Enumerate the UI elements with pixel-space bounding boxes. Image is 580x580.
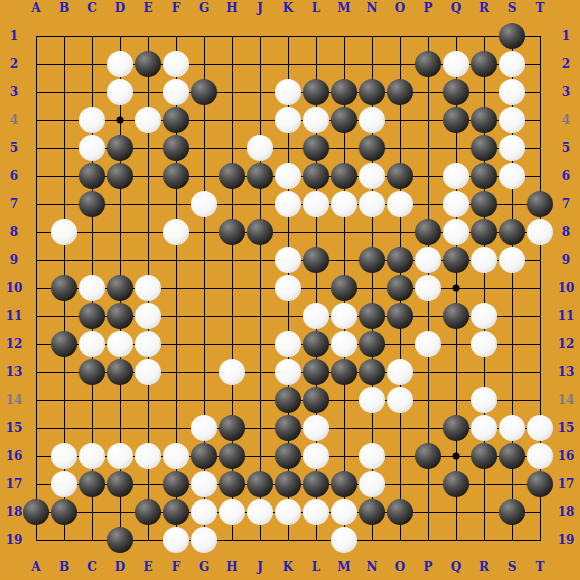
row-label-3-right: 3 xyxy=(562,86,570,98)
row-label-11-left: 11 xyxy=(6,310,23,322)
black-stone-N13[interactable] xyxy=(359,359,385,385)
white-stone-N6[interactable] xyxy=(359,163,385,189)
row-label-1-right: 1 xyxy=(562,30,570,42)
black-stone-T17[interactable] xyxy=(527,471,553,497)
row-label-19-left: 19 xyxy=(6,534,23,546)
column-label-K-top: K xyxy=(283,2,293,14)
column-label-A-bottom: A xyxy=(31,561,40,573)
black-stone-C6[interactable] xyxy=(79,163,105,189)
row-label-4-right: 4 xyxy=(562,114,570,126)
row-label-9-right: 9 xyxy=(562,254,570,266)
white-stone-S4[interactable] xyxy=(499,107,525,133)
white-stone-N14[interactable] xyxy=(359,387,385,413)
row-label-15-right: 15 xyxy=(558,422,575,434)
row-label-4-left: 4 xyxy=(10,114,18,126)
black-stone-M3[interactable] xyxy=(331,79,357,105)
black-stone-T7[interactable] xyxy=(527,191,553,217)
white-stone-F8[interactable] xyxy=(163,219,189,245)
black-stone-Q17[interactable] xyxy=(443,471,469,497)
column-label-H-bottom: H xyxy=(226,561,237,573)
row-label-10-right: 10 xyxy=(558,282,575,294)
black-stone-M4[interactable] xyxy=(331,107,357,133)
white-stone-G15[interactable] xyxy=(191,415,217,441)
white-stone-S2[interactable] xyxy=(499,51,525,77)
white-stone-F2[interactable] xyxy=(163,51,189,77)
row-label-6-right: 6 xyxy=(562,170,570,182)
white-stone-D12[interactable] xyxy=(107,331,133,357)
black-stone-G3[interactable] xyxy=(191,79,217,105)
white-stone-K18[interactable] xyxy=(275,499,301,525)
column-label-B-top: B xyxy=(59,2,69,14)
white-stone-P10[interactable] xyxy=(415,275,441,301)
black-stone-P8[interactable] xyxy=(415,219,441,245)
column-label-N-bottom: N xyxy=(367,561,378,573)
black-stone-D11[interactable] xyxy=(107,303,133,329)
white-stone-Q6[interactable] xyxy=(443,163,469,189)
black-stone-M10[interactable] xyxy=(331,275,357,301)
black-stone-N3[interactable] xyxy=(359,79,385,105)
column-label-M-bottom: M xyxy=(337,561,350,573)
row-label-13-left: 13 xyxy=(6,366,23,378)
column-label-F-bottom: F xyxy=(172,561,181,573)
black-stone-L5[interactable] xyxy=(303,135,329,161)
column-label-P-top: P xyxy=(423,2,432,14)
column-label-T-bottom: T xyxy=(536,561,545,573)
column-label-O-bottom: O xyxy=(395,561,405,573)
black-stone-D6[interactable] xyxy=(107,163,133,189)
black-stone-J17[interactable] xyxy=(247,471,273,497)
black-stone-O18[interactable] xyxy=(387,499,413,525)
star-point-Q10 xyxy=(453,285,460,292)
white-stone-R15[interactable] xyxy=(471,415,497,441)
white-stone-L11[interactable] xyxy=(303,303,329,329)
black-stone-H15[interactable] xyxy=(219,415,245,441)
white-stone-O7[interactable] xyxy=(387,191,413,217)
go-board-screenshot: AABBCCDDEEFFGGHHJJKKLLMMNNOOPPQQRRSSTT11… xyxy=(0,0,580,580)
row-label-2-right: 2 xyxy=(562,58,570,70)
column-label-S-top: S xyxy=(508,2,517,14)
black-stone-N11[interactable] xyxy=(359,303,385,329)
black-stone-S8[interactable] xyxy=(499,219,525,245)
column-label-B-bottom: B xyxy=(59,561,69,573)
row-label-18-left: 18 xyxy=(6,506,23,518)
black-stone-R16[interactable] xyxy=(471,443,497,469)
white-stone-M11[interactable] xyxy=(331,303,357,329)
white-stone-K3[interactable] xyxy=(275,79,301,105)
column-label-G-bottom: G xyxy=(199,561,209,573)
white-stone-F16[interactable] xyxy=(163,443,189,469)
column-label-S-bottom: S xyxy=(508,561,517,573)
black-stone-P2[interactable] xyxy=(415,51,441,77)
black-stone-K16[interactable] xyxy=(275,443,301,469)
row-label-16-right: 16 xyxy=(558,450,575,462)
white-stone-E12[interactable] xyxy=(135,331,161,357)
black-stone-R5[interactable] xyxy=(471,135,497,161)
column-label-E-top: E xyxy=(143,2,152,14)
white-stone-C4[interactable] xyxy=(79,107,105,133)
white-stone-E16[interactable] xyxy=(135,443,161,469)
row-label-1-left: 1 xyxy=(10,30,18,42)
white-stone-R14[interactable] xyxy=(471,387,497,413)
black-stone-L13[interactable] xyxy=(303,359,329,385)
black-stone-P16[interactable] xyxy=(415,443,441,469)
black-stone-K15[interactable] xyxy=(275,415,301,441)
black-stone-O10[interactable] xyxy=(387,275,413,301)
star-point-Q16 xyxy=(453,453,460,460)
black-stone-O6[interactable] xyxy=(387,163,413,189)
black-stone-J8[interactable] xyxy=(247,219,273,245)
row-label-13-right: 13 xyxy=(558,366,575,378)
black-stone-O11[interactable] xyxy=(387,303,413,329)
black-stone-F18[interactable] xyxy=(163,499,189,525)
black-stone-M6[interactable] xyxy=(331,163,357,189)
column-label-N-top: N xyxy=(367,2,378,14)
white-stone-R9[interactable] xyxy=(471,247,497,273)
black-stone-D13[interactable] xyxy=(107,359,133,385)
white-stone-Q8[interactable] xyxy=(443,219,469,245)
black-stone-L9[interactable] xyxy=(303,247,329,273)
white-stone-F19[interactable] xyxy=(163,527,189,553)
white-stone-E10[interactable] xyxy=(135,275,161,301)
column-label-C-bottom: C xyxy=(87,561,97,573)
white-stone-C5[interactable] xyxy=(79,135,105,161)
black-stone-N9[interactable] xyxy=(359,247,385,273)
white-stone-K9[interactable] xyxy=(275,247,301,273)
black-stone-L3[interactable] xyxy=(303,79,329,105)
row-label-5-left: 5 xyxy=(10,142,18,154)
black-stone-R4[interactable] xyxy=(471,107,497,133)
column-label-Q-top: Q xyxy=(451,2,461,14)
white-stone-L16[interactable] xyxy=(303,443,329,469)
white-stone-O14[interactable] xyxy=(387,387,413,413)
column-label-R-bottom: R xyxy=(479,561,489,573)
white-stone-S6[interactable] xyxy=(499,163,525,189)
row-label-12-right: 12 xyxy=(558,338,575,350)
black-stone-E2[interactable] xyxy=(135,51,161,77)
white-stone-C10[interactable] xyxy=(79,275,105,301)
white-stone-R12[interactable] xyxy=(471,331,497,357)
row-label-16-left: 16 xyxy=(6,450,23,462)
column-label-K-bottom: K xyxy=(283,561,293,573)
white-stone-R11[interactable] xyxy=(471,303,497,329)
white-stone-P9[interactable] xyxy=(415,247,441,273)
white-stone-K7[interactable] xyxy=(275,191,301,217)
row-label-7-right: 7 xyxy=(562,198,570,210)
black-stone-N18[interactable] xyxy=(359,499,385,525)
black-stone-C11[interactable] xyxy=(79,303,105,329)
column-label-E-bottom: E xyxy=(143,561,152,573)
black-stone-H16[interactable] xyxy=(219,443,245,469)
white-stone-J18[interactable] xyxy=(247,499,273,525)
row-label-19-right: 19 xyxy=(558,534,575,546)
white-stone-M18[interactable] xyxy=(331,499,357,525)
white-stone-J5[interactable] xyxy=(247,135,273,161)
black-stone-C17[interactable] xyxy=(79,471,105,497)
black-stone-H17[interactable] xyxy=(219,471,245,497)
white-stone-K4[interactable] xyxy=(275,107,301,133)
white-stone-G19[interactable] xyxy=(191,527,217,553)
white-stone-G7[interactable] xyxy=(191,191,217,217)
white-stone-S15[interactable] xyxy=(499,415,525,441)
column-label-T-top: T xyxy=(536,2,545,14)
black-stone-S1[interactable] xyxy=(499,23,525,49)
white-stone-T16[interactable] xyxy=(527,443,553,469)
black-stone-M17[interactable] xyxy=(331,471,357,497)
white-stone-O13[interactable] xyxy=(387,359,413,385)
black-stone-D19[interactable] xyxy=(107,527,133,553)
black-stone-H6[interactable] xyxy=(219,163,245,189)
white-stone-M19[interactable] xyxy=(331,527,357,553)
black-stone-S18[interactable] xyxy=(499,499,525,525)
column-label-R-top: R xyxy=(479,2,489,14)
row-label-17-left: 17 xyxy=(6,478,23,490)
black-stone-D10[interactable] xyxy=(107,275,133,301)
column-label-H-top: H xyxy=(226,2,237,14)
black-stone-O3[interactable] xyxy=(387,79,413,105)
black-stone-B10[interactable] xyxy=(51,275,77,301)
black-stone-F6[interactable] xyxy=(163,163,189,189)
row-label-9-left: 9 xyxy=(10,254,18,266)
black-stone-L12[interactable] xyxy=(303,331,329,357)
black-stone-Q3[interactable] xyxy=(443,79,469,105)
row-label-12-left: 12 xyxy=(6,338,23,350)
row-label-14-right: 14 xyxy=(558,394,575,406)
row-label-6-left: 6 xyxy=(10,170,18,182)
white-stone-M7[interactable] xyxy=(331,191,357,217)
row-label-7-left: 7 xyxy=(10,198,18,210)
white-stone-Q2[interactable] xyxy=(443,51,469,77)
white-stone-B16[interactable] xyxy=(51,443,77,469)
black-stone-F4[interactable] xyxy=(163,107,189,133)
white-stone-S3[interactable] xyxy=(499,79,525,105)
white-stone-G18[interactable] xyxy=(191,499,217,525)
row-label-2-left: 2 xyxy=(10,58,18,70)
row-label-15-left: 15 xyxy=(6,422,23,434)
black-stone-C7[interactable] xyxy=(79,191,105,217)
black-stone-R2[interactable] xyxy=(471,51,497,77)
row-label-11-right: 11 xyxy=(558,310,575,322)
black-stone-F17[interactable] xyxy=(163,471,189,497)
black-stone-B18[interactable] xyxy=(51,499,77,525)
white-stone-K13[interactable] xyxy=(275,359,301,385)
column-label-D-bottom: D xyxy=(115,561,125,573)
column-label-A-top: A xyxy=(31,2,40,14)
black-stone-Q11[interactable] xyxy=(443,303,469,329)
black-stone-M13[interactable] xyxy=(331,359,357,385)
row-label-18-right: 18 xyxy=(558,506,575,518)
black-stone-J6[interactable] xyxy=(247,163,273,189)
black-stone-R7[interactable] xyxy=(471,191,497,217)
column-label-F-top: F xyxy=(172,2,181,14)
column-label-P-bottom: P xyxy=(423,561,432,573)
black-stone-N12[interactable] xyxy=(359,331,385,357)
black-stone-F5[interactable] xyxy=(163,135,189,161)
white-stone-M12[interactable] xyxy=(331,331,357,357)
white-stone-K10[interactable] xyxy=(275,275,301,301)
black-stone-D5[interactable] xyxy=(107,135,133,161)
black-stone-S16[interactable] xyxy=(499,443,525,469)
white-stone-G17[interactable] xyxy=(191,471,217,497)
column-label-M-top: M xyxy=(337,2,350,14)
white-stone-N16[interactable] xyxy=(359,443,385,469)
white-stone-S5[interactable] xyxy=(499,135,525,161)
column-label-L-bottom: L xyxy=(312,561,320,573)
black-stone-R8[interactable] xyxy=(471,219,497,245)
white-stone-H13[interactable] xyxy=(219,359,245,385)
white-stone-Q7[interactable] xyxy=(443,191,469,217)
column-label-L-top: L xyxy=(312,2,320,14)
black-stone-O9[interactable] xyxy=(387,247,413,273)
white-stone-T15[interactable] xyxy=(527,415,553,441)
black-stone-K14[interactable] xyxy=(275,387,301,413)
black-stone-L14[interactable] xyxy=(303,387,329,413)
white-stone-L7[interactable] xyxy=(303,191,329,217)
black-stone-L6[interactable] xyxy=(303,163,329,189)
row-label-8-right: 8 xyxy=(562,226,570,238)
column-label-Q-bottom: Q xyxy=(451,561,461,573)
black-stone-A18[interactable] xyxy=(23,499,49,525)
black-stone-H8[interactable] xyxy=(219,219,245,245)
row-label-17-right: 17 xyxy=(558,478,575,490)
white-stone-D2[interactable] xyxy=(107,51,133,77)
star-point-D4 xyxy=(117,117,124,124)
black-stone-D17[interactable] xyxy=(107,471,133,497)
black-stone-G16[interactable] xyxy=(191,443,217,469)
black-stone-Q4[interactable] xyxy=(443,107,469,133)
white-stone-D16[interactable] xyxy=(107,443,133,469)
white-stone-E11[interactable] xyxy=(135,303,161,329)
column-label-J-bottom: J xyxy=(257,561,263,573)
white-stone-N7[interactable] xyxy=(359,191,385,217)
white-stone-H18[interactable] xyxy=(219,499,245,525)
white-stone-S9[interactable] xyxy=(499,247,525,273)
black-stone-R6[interactable] xyxy=(471,163,497,189)
white-stone-L18[interactable] xyxy=(303,499,329,525)
row-label-10-left: 10 xyxy=(6,282,23,294)
white-stone-K12[interactable] xyxy=(275,331,301,357)
column-label-G-top: G xyxy=(199,2,209,14)
white-stone-L15[interactable] xyxy=(303,415,329,441)
black-stone-B12[interactable] xyxy=(51,331,77,357)
black-stone-K17[interactable] xyxy=(275,471,301,497)
black-stone-C13[interactable] xyxy=(79,359,105,385)
white-stone-E4[interactable] xyxy=(135,107,161,133)
row-label-8-left: 8 xyxy=(10,226,18,238)
black-stone-N5[interactable] xyxy=(359,135,385,161)
row-label-14-left: 14 xyxy=(6,394,23,406)
white-stone-N17[interactable] xyxy=(359,471,385,497)
white-stone-L4[interactable] xyxy=(303,107,329,133)
black-stone-Q9[interactable] xyxy=(443,247,469,273)
column-label-O-top: O xyxy=(395,2,405,14)
white-stone-T8[interactable] xyxy=(527,219,553,245)
column-label-J-top: J xyxy=(257,2,263,14)
white-stone-E13[interactable] xyxy=(135,359,161,385)
white-stone-F3[interactable] xyxy=(163,79,189,105)
white-stone-P12[interactable] xyxy=(415,331,441,357)
white-stone-K6[interactable] xyxy=(275,163,301,189)
white-stone-B17[interactable] xyxy=(51,471,77,497)
column-label-D-top: D xyxy=(115,2,125,14)
white-stone-C16[interactable] xyxy=(79,443,105,469)
column-label-C-top: C xyxy=(87,2,97,14)
white-stone-B8[interactable] xyxy=(51,219,77,245)
black-stone-Q15[interactable] xyxy=(443,415,469,441)
row-label-3-left: 3 xyxy=(10,86,18,98)
black-stone-E18[interactable] xyxy=(135,499,161,525)
white-stone-N4[interactable] xyxy=(359,107,385,133)
row-label-5-right: 5 xyxy=(562,142,570,154)
white-stone-C12[interactable] xyxy=(79,331,105,357)
white-stone-D3[interactable] xyxy=(107,79,133,105)
black-stone-L17[interactable] xyxy=(303,471,329,497)
